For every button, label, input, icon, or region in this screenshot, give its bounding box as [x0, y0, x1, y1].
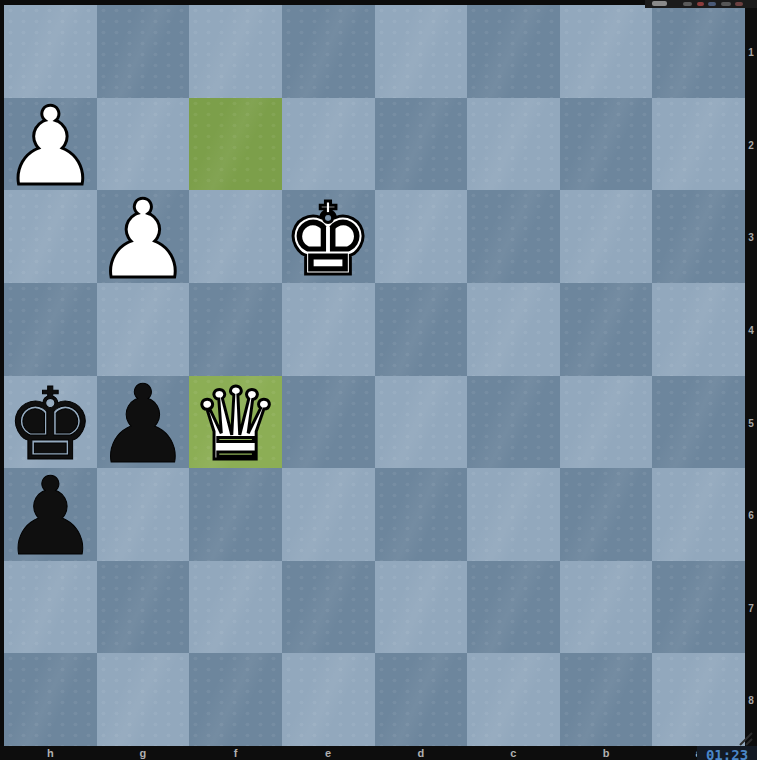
file-coordinates-strip: hgfedcba — [0, 746, 757, 760]
square-e1[interactable] — [282, 5, 375, 98]
square-b4[interactable] — [560, 283, 653, 376]
square-f5[interactable]: ♛ — [189, 376, 282, 469]
square-b6[interactable] — [560, 468, 653, 561]
square-c6[interactable] — [467, 468, 560, 561]
square-d5[interactable] — [375, 376, 468, 469]
square-g5[interactable]: ♟ — [97, 376, 190, 469]
square-c7[interactable] — [467, 561, 560, 654]
square-b2[interactable] — [560, 98, 653, 191]
top-ui-fragment — [645, 0, 757, 8]
file-label-b: b — [596, 747, 616, 759]
square-b8[interactable] — [560, 653, 653, 746]
square-f2[interactable] — [189, 98, 282, 191]
square-a8[interactable] — [652, 653, 745, 746]
square-f1[interactable] — [189, 5, 282, 98]
file-label-g: g — [133, 747, 153, 759]
square-c1[interactable] — [467, 5, 560, 98]
square-c5[interactable] — [467, 376, 560, 469]
square-f3[interactable] — [189, 190, 282, 283]
file-label-c: c — [503, 747, 523, 759]
square-e2[interactable] — [282, 98, 375, 191]
square-a6[interactable] — [652, 468, 745, 561]
square-g8[interactable] — [97, 653, 190, 746]
square-h8[interactable] — [4, 653, 97, 746]
black-pawn[interactable]: ♟ — [2, 463, 99, 571]
rank-label-7: 7 — [745, 603, 757, 614]
player-clock-time: 01:23 — [706, 747, 748, 760]
square-g1[interactable] — [97, 5, 190, 98]
square-b5[interactable] — [560, 376, 653, 469]
square-a3[interactable] — [652, 190, 745, 283]
square-e6[interactable] — [282, 468, 375, 561]
square-a7[interactable] — [652, 561, 745, 654]
square-h2[interactable]: ♟ — [4, 98, 97, 191]
square-d7[interactable] — [375, 561, 468, 654]
square-b1[interactable] — [560, 5, 653, 98]
square-c3[interactable] — [467, 190, 560, 283]
rank-label-5: 5 — [745, 418, 757, 429]
square-f4[interactable] — [189, 283, 282, 376]
square-d8[interactable] — [375, 653, 468, 746]
square-b3[interactable] — [560, 190, 653, 283]
square-d1[interactable] — [375, 5, 468, 98]
ui-text-fragment — [683, 2, 692, 6]
square-e3[interactable]: ♚ — [282, 190, 375, 283]
square-a2[interactable] — [652, 98, 745, 191]
square-a4[interactable] — [652, 283, 745, 376]
square-b7[interactable] — [560, 561, 653, 654]
square-a5[interactable] — [652, 376, 745, 469]
square-d2[interactable] — [375, 98, 468, 191]
square-c4[interactable] — [467, 283, 560, 376]
rank-coordinates-strip: 12345678 — [745, 0, 757, 760]
ui-text-fragment — [708, 2, 716, 6]
square-e8[interactable] — [282, 653, 375, 746]
square-g3[interactable]: ♟ — [97, 190, 190, 283]
rank-label-6: 6 — [745, 510, 757, 521]
file-label-e: e — [318, 747, 338, 759]
black-pawn[interactable]: ♟ — [95, 371, 192, 479]
white-pawn[interactable]: ♟ — [95, 186, 192, 294]
ui-text-fragment — [697, 2, 704, 6]
square-c8[interactable] — [467, 653, 560, 746]
ui-text-fragment — [735, 2, 743, 6]
square-h4[interactable] — [4, 283, 97, 376]
square-c2[interactable] — [467, 98, 560, 191]
ui-text-fragment — [721, 2, 731, 6]
rank-label-1: 1 — [745, 47, 757, 58]
square-e5[interactable] — [282, 376, 375, 469]
square-g7[interactable] — [97, 561, 190, 654]
rank-label-8: 8 — [745, 695, 757, 706]
ui-pill-icon — [652, 1, 667, 6]
square-d4[interactable] — [375, 283, 468, 376]
chess-board[interactable]: ♟♟♚♚♟♛♟ — [4, 5, 745, 746]
white-queen[interactable]: ♛ — [191, 375, 281, 475]
player-clock: 01:23 — [697, 746, 757, 760]
square-d6[interactable] — [375, 468, 468, 561]
rank-label-4: 4 — [745, 325, 757, 336]
square-d3[interactable] — [375, 190, 468, 283]
white-king[interactable]: ♚ — [283, 190, 373, 290]
rank-label-3: 3 — [745, 232, 757, 243]
file-label-d: d — [411, 747, 431, 759]
white-pawn[interactable]: ♟ — [2, 93, 99, 201]
square-f7[interactable] — [189, 561, 282, 654]
square-a1[interactable] — [652, 5, 745, 98]
square-h6[interactable]: ♟ — [4, 468, 97, 561]
file-label-f: f — [226, 747, 246, 759]
square-f8[interactable] — [189, 653, 282, 746]
file-label-h: h — [40, 747, 60, 759]
square-e7[interactable] — [282, 561, 375, 654]
rank-label-2: 2 — [745, 140, 757, 151]
